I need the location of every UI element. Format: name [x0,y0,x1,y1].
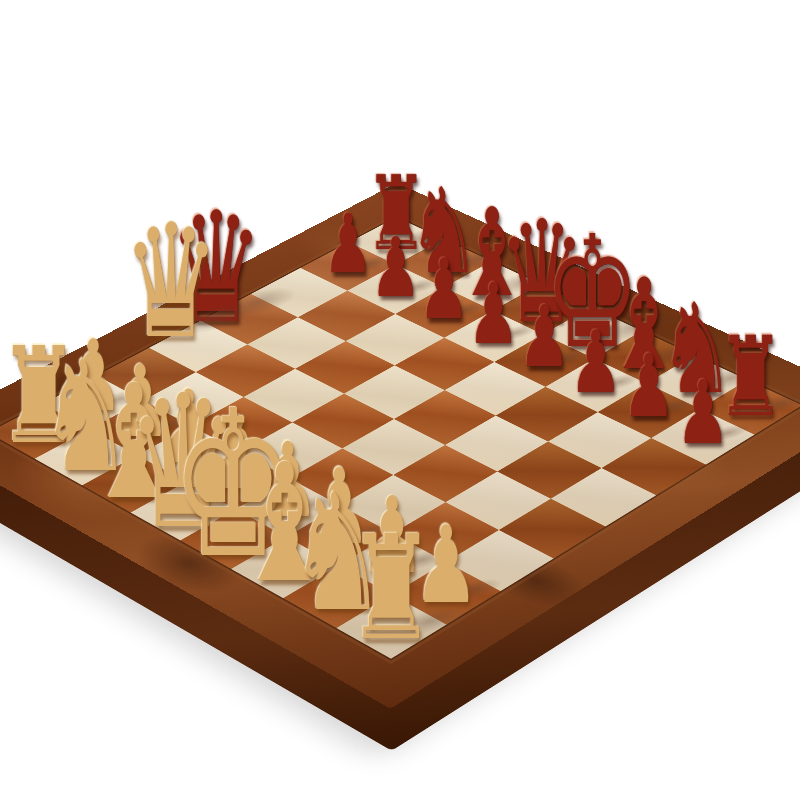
piece-red-pawn[interactable]: ♟ [676,370,730,458]
piece-red-pawn[interactable]: ♟ [569,320,622,406]
piece-white-rook[interactable]: ♜ [347,517,436,661]
piece-white-queen[interactable]: ♛ [122,205,219,362]
piece-layer: ♜♞♝♛♚♝♞♜♟♟♟♟♟♟♟♟♟♟♟♟♟♟♟♟♜♞♝♛♚♝♞♜♛♛ [0,0,800,800]
piece-red-pawn[interactable]: ♟ [622,344,676,431]
piece-red-pawn[interactable]: ♟ [468,272,520,356]
piece-red-pawn[interactable]: ♟ [323,204,373,286]
piece-red-pawn[interactable]: ♟ [370,226,421,308]
chess-set-photo: ♜♞♝♛♚♝♞♜♟♟♟♟♟♟♟♟♟♟♟♟♟♟♟♟♜♞♝♛♚♝♞♜♛♛ [0,0,800,800]
piece-red-pawn[interactable]: ♟ [418,249,469,332]
piece-red-pawn[interactable]: ♟ [518,296,571,381]
